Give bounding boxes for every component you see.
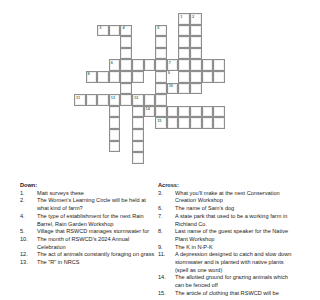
clue-text: The name of Sam's dog: [175, 205, 296, 213]
crossword-block: [74, 83, 86, 95]
crossword-cell[interactable]: [213, 71, 225, 83]
crossword-block: [190, 129, 202, 141]
crossword-cell[interactable]: [86, 94, 98, 106]
clue-number: 10.: [20, 236, 37, 251]
crossword-block: [213, 13, 225, 25]
across-clues-header: Across:: [158, 182, 296, 190]
crossword-cell[interactable]: 2: [190, 13, 202, 25]
clue-text: Matt surveys these: [37, 190, 156, 198]
crossword-block: [167, 141, 179, 153]
clue-item: 2.The Women's Learning Circle will be he…: [20, 197, 156, 212]
crossword-block: [155, 141, 167, 153]
crossword-cell[interactable]: [202, 106, 214, 118]
crossword-block: [202, 141, 214, 153]
crossword-block: [132, 48, 144, 60]
crossword-block: [144, 48, 156, 60]
crossword-cell[interactable]: [190, 71, 202, 83]
clue-item: 9.The K in N-P-K: [158, 244, 296, 252]
crossword-block: [144, 71, 156, 83]
clue-text: The article of clothing that RSWCD will …: [175, 290, 296, 298]
crossword-block: [120, 13, 132, 25]
clue-text: What you'll make at the next Conservatio…: [175, 190, 296, 205]
crossword-block: [97, 59, 109, 71]
crossword-cell[interactable]: [178, 36, 190, 48]
crossword-block: [144, 83, 156, 95]
cell-number: 6: [111, 61, 113, 65]
crossword-block: [178, 141, 190, 153]
crossword-block: [202, 25, 214, 37]
crossword-block: [132, 13, 144, 25]
crossword-cell[interactable]: [132, 152, 144, 164]
crossword-block: [155, 152, 167, 164]
clue-number: 4.: [20, 213, 37, 228]
crossword-cell[interactable]: 1: [178, 13, 190, 25]
crossword-block: [74, 59, 86, 71]
clue-text: A depression designed to catch and slow …: [175, 251, 296, 274]
crossword-block: [167, 25, 179, 37]
clue-number: 14.: [158, 274, 175, 289]
clue-item: 10.The month of RSWCD's 2024 Annual Cele…: [20, 236, 156, 251]
crossword-block: 9: [167, 71, 179, 83]
crossword-cell[interactable]: [167, 106, 179, 118]
crossword-block: [86, 25, 98, 37]
cell-number: 2: [192, 15, 194, 19]
crossword-cell[interactable]: [155, 94, 167, 106]
crossword-cell[interactable]: [202, 71, 214, 83]
crossword-block: [144, 152, 156, 164]
crossword-cell[interactable]: [178, 59, 190, 71]
clue-item: 12.The act of animals constantly foragin…: [20, 251, 156, 259]
crossword-block: [74, 36, 86, 48]
crossword-cell[interactable]: [155, 48, 167, 60]
clue-item: 7.A state park that used to be a working…: [158, 213, 296, 228]
clue-text: The "R" in NRCS: [37, 259, 156, 267]
clue-number: 9.: [158, 244, 175, 252]
clue-text: The Women's Learning Circle will be held…: [37, 197, 156, 212]
crossword-block: [178, 152, 190, 164]
crossword-cell[interactable]: 10: [167, 83, 179, 95]
across-clues-section: Across: 3.What you'll make at the next C…: [158, 182, 296, 298]
crossword-cell[interactable]: [120, 48, 132, 60]
crossword-block: [155, 129, 167, 141]
cell-number: 11: [76, 96, 80, 100]
crossword-block: [109, 13, 121, 25]
crossword-block: [213, 48, 225, 60]
crossword-cell[interactable]: 3: [97, 25, 109, 37]
crossword-block: [202, 152, 214, 164]
crossword-block: [86, 141, 98, 153]
clue-number: 6.: [158, 205, 175, 213]
crossword-cell[interactable]: [155, 36, 167, 48]
crossword-block: [202, 83, 214, 95]
crossword-block: [144, 117, 156, 129]
crossword-cell[interactable]: 11: [74, 94, 86, 106]
crossword-cell[interactable]: [190, 48, 202, 60]
crossword-block: [97, 129, 109, 141]
clue-number: 15.: [158, 290, 175, 298]
down-clues-list: 1.Matt surveys these2.The Women's Learni…: [20, 190, 156, 267]
crossword-block: [144, 141, 156, 153]
crossword-block: [120, 117, 132, 129]
crossword-block: [97, 13, 109, 25]
crossword-block: [86, 152, 98, 164]
clue-text: Village that RSWCD manages stormwater fo…: [37, 228, 156, 236]
crossword-cell[interactable]: [178, 48, 190, 60]
crossword-block: [144, 13, 156, 25]
crossword-cell[interactable]: [120, 59, 132, 71]
crossword-cell[interactable]: [120, 71, 132, 83]
clue-number: 2.: [20, 197, 37, 212]
crossword-cell[interactable]: [132, 129, 144, 141]
crossword-cell[interactable]: [109, 25, 121, 37]
clue-number: 12.: [20, 251, 37, 259]
crossword-block: [213, 25, 225, 37]
cell-number: 4: [122, 26, 124, 30]
crossword-cell[interactable]: [109, 117, 121, 129]
crossword-block: [132, 36, 144, 48]
crossword-cell[interactable]: [155, 83, 167, 95]
crossword-cell[interactable]: [190, 117, 202, 129]
crossword-block: [109, 152, 121, 164]
crossword-cell[interactable]: [190, 36, 202, 48]
crossword-cell[interactable]: [213, 106, 225, 118]
across-clues-list: 3.What you'll make at the next Conservat…: [158, 190, 296, 298]
crossword-cell[interactable]: 5: [155, 25, 167, 37]
crossword-cell[interactable]: [190, 83, 202, 95]
crossword-block: [97, 117, 109, 129]
crossword-cell[interactable]: [178, 117, 190, 129]
crossword-cell[interactable]: 13: [132, 94, 144, 106]
clue-item: 8.Last name of the guest speaker for the…: [158, 228, 296, 243]
cell-number: 8: [88, 72, 90, 76]
crossword-cell[interactable]: [190, 106, 202, 118]
crossword-cell[interactable]: [178, 71, 190, 83]
cell-number: 7: [169, 61, 171, 65]
crossword-block: [144, 36, 156, 48]
down-clues-header: Down:: [20, 182, 156, 190]
crossword-block: [132, 25, 144, 37]
clue-number: 13.: [20, 259, 37, 267]
clue-item: 11.A depression designed to catch and sl…: [158, 251, 296, 274]
crossword-cell[interactable]: [213, 59, 225, 71]
crossword-cell[interactable]: 14: [144, 106, 156, 118]
crossword-block: [97, 106, 109, 118]
crossword-block: [167, 36, 179, 48]
crossword-block: [120, 141, 132, 153]
clue-text: Last name of the guest speaker for the N…: [175, 228, 296, 243]
clue-item: 13.The "R" in NRCS: [20, 259, 156, 267]
cell-number: 3: [99, 26, 101, 30]
crossword-cell[interactable]: [97, 94, 109, 106]
cell-number: 1: [180, 15, 182, 19]
crossword-cell[interactable]: [109, 141, 121, 153]
cell-number: 10: [169, 84, 173, 88]
crossword-block: [213, 94, 225, 106]
crossword-block: [213, 129, 225, 141]
crossword-block: [86, 48, 98, 60]
crossword-block: [97, 36, 109, 48]
cell-number: 15: [157, 119, 161, 123]
crossword-block: [202, 13, 214, 25]
crossword-block: [120, 129, 132, 141]
crossword-cell[interactable]: [178, 106, 190, 118]
crossword-block: [86, 117, 98, 129]
crossword-cell[interactable]: [202, 117, 214, 129]
crossword-block: [132, 83, 144, 95]
crossword-block: [86, 83, 98, 95]
crossword-block: [74, 25, 86, 37]
crossword-cell[interactable]: [155, 59, 167, 71]
clue-text: The act of animals constantly foraging o…: [37, 251, 156, 259]
clue-item: 15.The article of clothing that RSWCD wi…: [158, 290, 296, 298]
cell-number: 9: [168, 71, 170, 75]
clue-text: The type of establishment for the next R…: [37, 213, 156, 228]
clue-text: The month of RSWCD's 2024 Annual Celebra…: [37, 236, 156, 251]
crossword-cell[interactable]: [120, 94, 132, 106]
crossword-cell[interactable]: 6: [109, 59, 121, 71]
crossword-block: [202, 36, 214, 48]
clue-item: 4.The type of establishment for the next…: [20, 213, 156, 228]
crossword-cell[interactable]: [144, 94, 156, 106]
crossword-block: [74, 141, 86, 153]
crossword-cell[interactable]: [190, 59, 202, 71]
cell-number: 5: [157, 26, 159, 30]
crossword-block: [190, 141, 202, 153]
crossword-block: [86, 59, 98, 71]
crossword-cell[interactable]: [178, 83, 190, 95]
crossword-block: [144, 129, 156, 141]
crossword-block: [74, 71, 86, 83]
crossword-block: [167, 13, 179, 25]
clue-item: 1.Matt surveys these: [20, 190, 156, 198]
crossword-block: [213, 36, 225, 48]
clue-text: The K in N-P-K: [175, 244, 296, 252]
cell-number: 14: [146, 107, 150, 111]
clue-number: 3.: [158, 190, 175, 205]
clue-item: 3.What you'll make at the next Conservat…: [158, 190, 296, 205]
crossword-block: [167, 48, 179, 60]
crossword-cell[interactable]: [132, 117, 144, 129]
crossword-block: [86, 36, 98, 48]
crossword-block: [190, 94, 202, 106]
crossword-cell[interactable]: [178, 25, 190, 37]
crossword-cell[interactable]: 4: [120, 25, 132, 37]
crossword-block: [74, 129, 86, 141]
crossword-block: [155, 13, 167, 25]
crossword-block: [213, 83, 225, 95]
crossword-block: [213, 141, 225, 153]
crossword-block: [109, 48, 121, 60]
clue-text: The allotted ground for grazing animals …: [175, 274, 296, 289]
crossword-cell[interactable]: [132, 71, 144, 83]
crossword-cell[interactable]: [132, 106, 144, 118]
clue-number: 11.: [158, 251, 175, 274]
clue-number: 1.: [20, 190, 37, 198]
crossword-block: [86, 106, 98, 118]
crossword-block: [74, 152, 86, 164]
crossword-block: [97, 83, 109, 95]
crossword-block: [86, 13, 98, 25]
crossword-cell[interactable]: [144, 59, 156, 71]
clue-number: 8.: [158, 228, 175, 243]
crossword-cell[interactable]: 7: [167, 59, 179, 71]
clue-item: 6.The name of Sam's dog: [158, 205, 296, 213]
crossword-cell[interactable]: [109, 129, 121, 141]
crossword-cell[interactable]: 15: [155, 117, 167, 129]
crossword-cell[interactable]: [120, 83, 132, 95]
crossword-block: [167, 129, 179, 141]
crossword-cell[interactable]: [202, 59, 214, 71]
crossword-block: [97, 152, 109, 164]
crossword-block: [97, 141, 109, 153]
crossword-block: [74, 117, 86, 129]
down-clues-section: Down: 1.Matt surveys these2.The Women's …: [20, 182, 156, 267]
crossword-cell[interactable]: [167, 117, 179, 129]
clue-text: A state park that used to be a working f…: [175, 213, 296, 228]
crossword-block: [202, 129, 214, 141]
crossword-cell[interactable]: [132, 59, 144, 71]
crossword-cell[interactable]: [155, 71, 167, 83]
crossword-block: [109, 83, 121, 95]
clue-number: 7.: [158, 213, 175, 228]
crossword-block: [86, 129, 98, 141]
crossword-cell[interactable]: [132, 141, 144, 153]
crossword-block: [144, 25, 156, 37]
cell-number: 12: [111, 96, 115, 100]
crossword-block: [120, 152, 132, 164]
crossword-block: [120, 106, 132, 118]
crossword-cell[interactable]: [109, 71, 121, 83]
crossword-cell[interactable]: 12: [109, 94, 121, 106]
clue-number: 5.: [20, 228, 37, 236]
crossword-grid: 123456789101112131415: [74, 13, 225, 164]
crossword-block: [167, 152, 179, 164]
crossword-block: [190, 152, 202, 164]
crossword-block: [97, 48, 109, 60]
cell-number: 13: [134, 96, 138, 100]
crossword-block: [74, 13, 86, 25]
clue-item: 5.Village that RSWCD manages stormwater …: [20, 228, 156, 236]
crossword-cell[interactable]: [109, 106, 121, 118]
crossword-cell[interactable]: [190, 25, 202, 37]
crossword-cell[interactable]: [155, 106, 167, 118]
crossword-cell[interactable]: [213, 117, 225, 129]
crossword-cell[interactable]: 8: [86, 71, 98, 83]
crossword-cell[interactable]: [120, 36, 132, 48]
crossword-block: [213, 152, 225, 164]
clue-item: 14.The allotted ground for grazing anima…: [158, 274, 296, 289]
crossword-block: [202, 48, 214, 60]
crossword-block: [74, 106, 86, 118]
crossword-cell[interactable]: [97, 71, 109, 83]
crossword-block: [109, 36, 121, 48]
crossword-block: [178, 94, 190, 106]
crossword-block: [167, 94, 179, 106]
crossword-block: [202, 94, 214, 106]
crossword-block: [74, 48, 86, 60]
crossword-block: [178, 129, 190, 141]
